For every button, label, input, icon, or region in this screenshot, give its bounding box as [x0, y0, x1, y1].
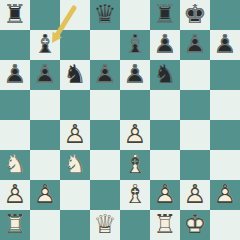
square-b7[interactable]: ♝♗ — [30, 30, 60, 60]
black-pawn-outline-icon: ♙ — [123, 61, 146, 87]
square-g1[interactable]: ♚♔ — [180, 210, 210, 240]
square-c4[interactable]: ♟♙ — [60, 120, 90, 150]
piece-white-rook[interactable]: ♜♖ — [150, 210, 180, 240]
piece-white-rook[interactable]: ♜♖ — [0, 210, 30, 240]
square-h5[interactable] — [210, 90, 240, 120]
square-d7[interactable] — [90, 30, 120, 60]
black-rook-outline-icon: ♖ — [153, 1, 176, 27]
piece-black-pawn[interactable]: ♟♙ — [120, 60, 150, 90]
white-rook-outline-icon: ♖ — [3, 211, 26, 237]
piece-white-pawn[interactable]: ♟♙ — [180, 180, 210, 210]
piece-black-pawn[interactable]: ♟♙ — [210, 30, 240, 60]
square-h4[interactable] — [210, 120, 240, 150]
white-knight-outline-icon: ♘ — [63, 151, 86, 177]
square-d1[interactable]: ♛♕ — [90, 210, 120, 240]
black-bishop-outline-icon: ♗ — [33, 31, 56, 57]
piece-white-pawn[interactable]: ♟♙ — [0, 180, 30, 210]
square-d8[interactable]: ♛♕ — [90, 0, 120, 30]
square-d5[interactable] — [90, 90, 120, 120]
square-d4[interactable] — [90, 120, 120, 150]
square-e7[interactable]: ♝♗ — [120, 30, 150, 60]
black-pawn-outline-icon: ♙ — [183, 31, 206, 57]
square-e5[interactable] — [120, 90, 150, 120]
square-a1[interactable]: ♜♖ — [0, 210, 30, 240]
square-f1[interactable]: ♜♖ — [150, 210, 180, 240]
piece-black-rook[interactable]: ♜♖ — [150, 0, 180, 30]
white-pawn-outline-icon: ♙ — [63, 121, 86, 147]
piece-white-pawn[interactable]: ♟♙ — [120, 120, 150, 150]
square-g7[interactable]: ♟♙ — [180, 30, 210, 60]
white-pawn-outline-icon: ♙ — [123, 121, 146, 147]
square-b1[interactable] — [30, 210, 60, 240]
black-pawn-outline-icon: ♙ — [93, 61, 116, 87]
black-pawn-outline-icon: ♙ — [213, 31, 236, 57]
square-h6[interactable] — [210, 60, 240, 90]
square-g8[interactable]: ♚♔ — [180, 0, 210, 30]
white-bishop-outline-icon: ♗ — [123, 151, 146, 177]
square-a8[interactable]: ♜♖ — [0, 0, 30, 30]
square-e2[interactable]: ♝♗ — [120, 180, 150, 210]
square-h1[interactable] — [210, 210, 240, 240]
piece-white-knight[interactable]: ♞♘ — [0, 150, 30, 180]
piece-black-king[interactable]: ♚♔ — [180, 0, 210, 30]
square-f4[interactable] — [150, 120, 180, 150]
square-d2[interactable] — [90, 180, 120, 210]
square-f2[interactable]: ♟♙ — [150, 180, 180, 210]
square-a6[interactable]: ♟♙ — [0, 60, 30, 90]
piece-black-pawn[interactable]: ♟♙ — [150, 30, 180, 60]
piece-white-pawn[interactable]: ♟♙ — [210, 180, 240, 210]
black-knight-outline-icon: ♘ — [63, 61, 86, 87]
square-f8[interactable]: ♜♖ — [150, 0, 180, 30]
black-bishop-outline-icon: ♗ — [123, 31, 146, 57]
square-h7[interactable]: ♟♙ — [210, 30, 240, 60]
white-pawn-outline-icon: ♙ — [33, 181, 56, 207]
white-queen-outline-icon: ♕ — [93, 211, 116, 237]
piece-black-pawn[interactable]: ♟♙ — [30, 60, 60, 90]
piece-white-pawn[interactable]: ♟♙ — [30, 180, 60, 210]
square-c7[interactable] — [60, 30, 90, 60]
square-h8[interactable] — [210, 0, 240, 30]
square-b8[interactable] — [30, 0, 60, 30]
square-e1[interactable] — [120, 210, 150, 240]
square-a7[interactable] — [0, 30, 30, 60]
piece-white-king[interactable]: ♚♔ — [180, 210, 210, 240]
piece-black-rook[interactable]: ♜♖ — [0, 0, 30, 30]
square-b5[interactable] — [30, 90, 60, 120]
black-pawn-outline-icon: ♙ — [33, 61, 56, 87]
piece-white-bishop[interactable]: ♝♗ — [120, 180, 150, 210]
piece-black-pawn[interactable]: ♟♙ — [0, 60, 30, 90]
piece-black-knight[interactable]: ♞♘ — [150, 60, 180, 90]
piece-white-knight[interactable]: ♞♘ — [60, 150, 90, 180]
piece-white-pawn[interactable]: ♟♙ — [60, 120, 90, 150]
piece-white-bishop[interactable]: ♝♗ — [120, 150, 150, 180]
square-g3[interactable] — [180, 150, 210, 180]
black-queen-outline-icon: ♕ — [93, 1, 116, 27]
square-e4[interactable]: ♟♙ — [120, 120, 150, 150]
white-pawn-outline-icon: ♙ — [153, 181, 176, 207]
square-c6[interactable]: ♞♘ — [60, 60, 90, 90]
piece-black-knight[interactable]: ♞♘ — [60, 60, 90, 90]
square-f6[interactable]: ♞♘ — [150, 60, 180, 90]
square-b2[interactable]: ♟♙ — [30, 180, 60, 210]
square-c8[interactable] — [60, 0, 90, 30]
square-h2[interactable]: ♟♙ — [210, 180, 240, 210]
square-d6[interactable]: ♟♙ — [90, 60, 120, 90]
piece-black-pawn[interactable]: ♟♙ — [90, 60, 120, 90]
square-f7[interactable]: ♟♙ — [150, 30, 180, 60]
square-a2[interactable]: ♟♙ — [0, 180, 30, 210]
piece-black-bishop[interactable]: ♝♗ — [30, 30, 60, 60]
black-king-outline-icon: ♔ — [183, 1, 206, 27]
square-e8[interactable] — [120, 0, 150, 30]
square-b4[interactable] — [30, 120, 60, 150]
chess-board: ♜♖♛♕♜♖♚♔♝♗♝♗♟♙♟♙♟♙♟♙♟♙♞♘♟♙♟♙♞♘♟♙♟♙♞♘♞♘♝♗… — [0, 0, 240, 240]
white-pawn-outline-icon: ♙ — [213, 181, 236, 207]
square-c2[interactable] — [60, 180, 90, 210]
square-f3[interactable] — [150, 150, 180, 180]
square-g2[interactable]: ♟♙ — [180, 180, 210, 210]
square-g6[interactable] — [180, 60, 210, 90]
piece-white-queen[interactable]: ♛♕ — [90, 210, 120, 240]
chess-board-wrap: ♜♖♛♕♜♖♚♔♝♗♝♗♟♙♟♙♟♙♟♙♟♙♞♘♟♙♟♙♞♘♟♙♟♙♞♘♞♘♝♗… — [0, 0, 240, 240]
square-c1[interactable] — [60, 210, 90, 240]
black-pawn-outline-icon: ♙ — [3, 61, 26, 87]
square-a3[interactable]: ♞♘ — [0, 150, 30, 180]
square-h3[interactable] — [210, 150, 240, 180]
black-knight-outline-icon: ♘ — [153, 61, 176, 87]
white-pawn-outline-icon: ♙ — [3, 181, 26, 207]
black-pawn-outline-icon: ♙ — [153, 31, 176, 57]
square-d3[interactable] — [90, 150, 120, 180]
square-f5[interactable] — [150, 90, 180, 120]
square-a5[interactable] — [0, 90, 30, 120]
black-rook-outline-icon: ♖ — [3, 1, 26, 27]
piece-black-queen[interactable]: ♛♕ — [90, 0, 120, 30]
square-a4[interactable] — [0, 120, 30, 150]
white-bishop-outline-icon: ♗ — [123, 181, 146, 207]
square-e3[interactable]: ♝♗ — [120, 150, 150, 180]
square-g5[interactable] — [180, 90, 210, 120]
square-g4[interactable] — [180, 120, 210, 150]
white-pawn-outline-icon: ♙ — [183, 181, 206, 207]
piece-black-pawn[interactable]: ♟♙ — [180, 30, 210, 60]
square-e6[interactable]: ♟♙ — [120, 60, 150, 90]
square-b6[interactable]: ♟♙ — [30, 60, 60, 90]
white-king-outline-icon: ♔ — [183, 211, 206, 237]
white-rook-outline-icon: ♖ — [153, 211, 176, 237]
square-c3[interactable]: ♞♘ — [60, 150, 90, 180]
square-c5[interactable] — [60, 90, 90, 120]
square-b3[interactable] — [30, 150, 60, 180]
piece-black-bishop[interactable]: ♝♗ — [120, 30, 150, 60]
piece-white-pawn[interactable]: ♟♙ — [150, 180, 180, 210]
white-knight-outline-icon: ♘ — [3, 151, 26, 177]
